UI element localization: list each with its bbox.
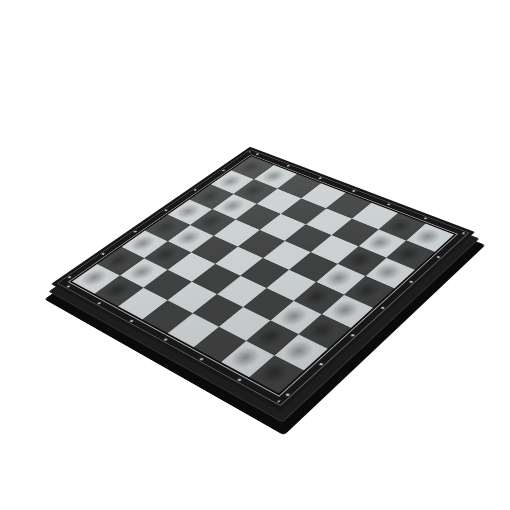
square-h8[interactable]: ♜ <box>249 355 303 393</box>
white-pawn[interactable]: ♟ <box>104 241 133 294</box>
product-photo-scene: ♜♞♝♛♚♝♞♜♟♟♟♟♟♟♟♟♟♟♟♟♟♟♟♟♜♞♝♛♚♝♞♜ <box>0 0 510 510</box>
black-rook[interactable]: ♜ <box>257 307 296 378</box>
square-h2[interactable]: ♟ <box>95 276 144 307</box>
